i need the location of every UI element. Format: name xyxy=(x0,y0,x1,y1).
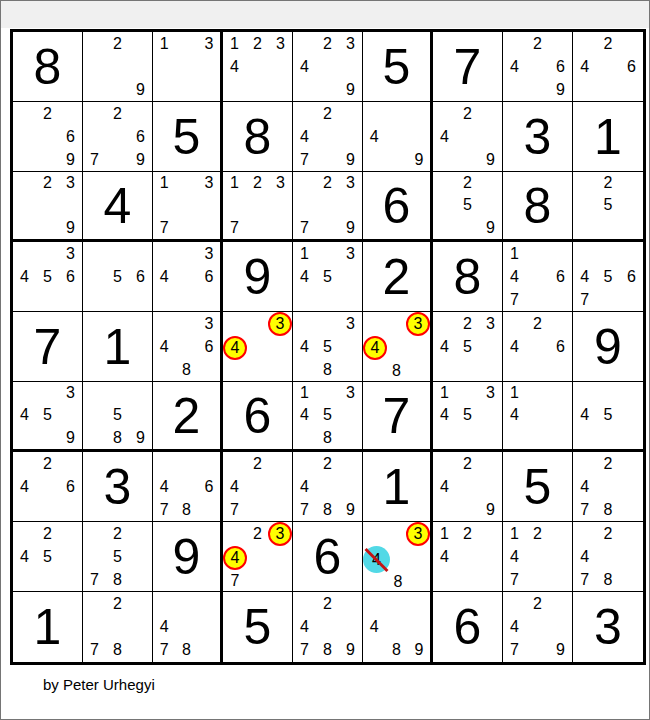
cell-r1c4[interactable]: 1234 xyxy=(223,32,293,102)
cell-r1c9[interactable]: 246 xyxy=(573,32,643,102)
cell-r4c5[interactable]: 1345 xyxy=(293,242,363,312)
cell-r5c5[interactable]: 3458 xyxy=(293,312,363,382)
candidate-2: 2 xyxy=(456,102,479,125)
candidate-2: 2 xyxy=(316,102,339,125)
candidate-4: 4 xyxy=(223,475,246,498)
candidate-6: 6 xyxy=(549,55,572,78)
cell-r7c7[interactable]: 249 xyxy=(433,452,503,522)
candidate-4-circled: 4 xyxy=(223,546,247,570)
cell-r7c1[interactable]: 246 xyxy=(13,452,83,522)
candidate-7: 7 xyxy=(503,568,526,591)
candidate-4: 4 xyxy=(433,545,456,568)
candidate-2: 2 xyxy=(316,452,339,475)
cell-r4c3[interactable]: 346 xyxy=(153,242,223,312)
cell-r6c2[interactable]: 589 xyxy=(83,382,153,452)
candidate-3: 3 xyxy=(339,312,362,335)
cell-r1c5[interactable]: 2349 xyxy=(293,32,363,102)
cell-r9c3[interactable]: 478 xyxy=(153,592,223,662)
solved-digit: 5 xyxy=(223,592,292,662)
cell-r4c6[interactable]: 2 xyxy=(363,242,433,312)
cell-r7c9[interactable]: 2478 xyxy=(573,452,643,522)
solved-digit: 9 xyxy=(223,242,292,311)
cell-r3c6[interactable]: 6 xyxy=(363,172,433,242)
candidate-6: 6 xyxy=(549,335,572,358)
cell-r8c4[interactable]: 2347 xyxy=(223,522,293,592)
candidate-3: 3 xyxy=(269,172,292,194)
candidate-2: 2 xyxy=(106,522,129,545)
cell-r8c8[interactable]: 1247 xyxy=(503,522,573,592)
cell-r1c8[interactable]: 2469 xyxy=(503,32,573,102)
candidate-4: 4 xyxy=(503,265,526,288)
candidate-1: 1 xyxy=(293,242,316,265)
candidate-2: 2 xyxy=(36,172,59,194)
cell-r3c1[interactable]: 239 xyxy=(13,172,83,242)
candidate-9: 9 xyxy=(339,498,362,521)
candidate-3: 3 xyxy=(339,172,362,194)
cell-r2c3[interactable]: 5 xyxy=(153,102,223,172)
cell-r9c2[interactable]: 278 xyxy=(83,592,153,662)
cell-r6c7[interactable]: 1345 xyxy=(433,382,503,452)
candidate-8: 8 xyxy=(175,498,197,521)
candidate-4: 4 xyxy=(293,335,316,358)
candidate-4: 4 xyxy=(433,475,456,498)
candidate-3: 3 xyxy=(339,382,362,404)
cell-r2c7[interactable]: 249 xyxy=(433,102,503,172)
solved-digit: 5 xyxy=(503,452,572,521)
candidate-4: 4 xyxy=(433,404,456,426)
solved-digit: 8 xyxy=(503,172,572,239)
candidate-8: 8 xyxy=(390,573,406,591)
candidate-4: 4 xyxy=(573,55,596,78)
cell-r6c1[interactable]: 3459 xyxy=(13,382,83,452)
cell-r8c7[interactable]: 124 xyxy=(433,522,503,592)
cell-r5c4[interactable]: 34 xyxy=(223,312,293,382)
cell-r3c5[interactable]: 2379 xyxy=(293,172,363,242)
candidate-3: 3 xyxy=(198,172,220,194)
cell-r7c6[interactable]: 1 xyxy=(363,452,433,522)
candidate-3: 3 xyxy=(198,32,220,55)
sudoku-board: 8291312342349572469246269267958247949249… xyxy=(10,29,646,665)
candidate-5: 5 xyxy=(36,265,59,288)
cell-r1c2[interactable]: 29 xyxy=(83,32,153,102)
cell-r2c6[interactable]: 49 xyxy=(363,102,433,172)
cell-r8c5[interactable]: 6 xyxy=(293,522,363,592)
candidate-5: 5 xyxy=(106,545,129,568)
solved-digit: 5 xyxy=(363,32,430,101)
candidate-5: 5 xyxy=(316,335,339,358)
candidate-1: 1 xyxy=(433,522,456,545)
candidate-9: 9 xyxy=(59,427,82,449)
candidate-4: 4 xyxy=(293,125,316,148)
solved-digit: 3 xyxy=(573,592,643,662)
candidate-2: 2 xyxy=(456,312,479,335)
cell-r6c6[interactable]: 7 xyxy=(363,382,433,452)
candidate-2: 2 xyxy=(596,32,619,55)
solved-digit: 2 xyxy=(153,382,220,449)
candidate-9: 9 xyxy=(129,78,152,101)
candidate-7: 7 xyxy=(153,498,175,521)
candidate-5: 5 xyxy=(596,265,619,288)
candidate-3: 3 xyxy=(339,242,362,265)
candidate-9: 9 xyxy=(59,217,82,239)
candidate-5: 5 xyxy=(456,335,479,358)
candidate-6: 6 xyxy=(549,265,572,288)
cell-r5c6[interactable]: 348 xyxy=(363,312,433,382)
cell-r7c5[interactable]: 24789 xyxy=(293,452,363,522)
candidate-1: 1 xyxy=(223,32,246,55)
candidate-2: 2 xyxy=(106,32,129,55)
candidate-4: 4 xyxy=(13,404,36,426)
candidate-7: 7 xyxy=(293,148,316,171)
cell-r7c4[interactable]: 247 xyxy=(223,452,293,522)
author-credit: by Peter Urhegyi xyxy=(43,676,155,693)
cell-r3c2[interactable]: 4 xyxy=(83,172,153,242)
candidate-7: 7 xyxy=(223,570,247,591)
candidate-2: 2 xyxy=(456,522,479,545)
candidate-2: 2 xyxy=(596,452,619,475)
candidate-8: 8 xyxy=(316,498,339,521)
cell-r8c1[interactable]: 245 xyxy=(13,522,83,592)
candidate-3-circled: 3 xyxy=(406,312,430,336)
candidate-4: 4 xyxy=(363,615,385,638)
candidate-6: 6 xyxy=(129,125,152,148)
candidate-1: 1 xyxy=(223,172,246,194)
solved-digit: 1 xyxy=(363,452,430,521)
candidate-9: 9 xyxy=(408,148,430,171)
candidate-4: 4 xyxy=(13,475,36,498)
cell-r9c8[interactable]: 2479 xyxy=(503,592,573,662)
candidate-4: 4 xyxy=(503,335,526,358)
solved-digit: 2 xyxy=(363,242,430,311)
candidate-4: 4 xyxy=(433,335,456,358)
candidate-1: 1 xyxy=(153,172,175,194)
sudoku-app: 8291312342349572469246269267958247949249… xyxy=(0,0,650,720)
candidate-3-circled: 3 xyxy=(268,522,292,546)
candidate-9: 9 xyxy=(59,148,82,171)
candidate-9: 9 xyxy=(479,498,502,521)
candidate-2: 2 xyxy=(526,522,549,545)
cell-r5c2[interactable]: 1 xyxy=(83,312,153,382)
candidate-6: 6 xyxy=(59,125,82,148)
candidate-6: 6 xyxy=(59,475,82,498)
cell-r7c8[interactable]: 5 xyxy=(503,452,573,522)
candidate-2: 2 xyxy=(526,592,549,615)
candidate-4: 4 xyxy=(223,55,246,78)
candidate-8: 8 xyxy=(175,639,197,662)
candidate-4: 4 xyxy=(363,125,385,148)
candidate-6: 6 xyxy=(198,335,220,358)
solved-digit: 3 xyxy=(503,102,572,171)
candidate-7: 7 xyxy=(293,639,316,662)
candidate-4: 4 xyxy=(573,265,596,288)
candidate-9: 9 xyxy=(479,217,502,239)
cell-r7c3[interactable]: 4678 xyxy=(153,452,223,522)
candidate-6: 6 xyxy=(198,265,220,288)
candidate-8: 8 xyxy=(596,498,619,521)
solved-digit: 8 xyxy=(433,242,502,311)
candidate-1: 1 xyxy=(503,522,526,545)
candidate-8: 8 xyxy=(316,358,339,381)
cell-r6c9[interactable]: 45 xyxy=(573,382,643,452)
candidate-8: 8 xyxy=(175,358,197,381)
candidate-7: 7 xyxy=(83,639,106,662)
candidate-7: 7 xyxy=(573,288,596,311)
solved-digit: 8 xyxy=(13,32,82,101)
candidate-4: 4 xyxy=(293,55,316,78)
cell-r2c8[interactable]: 3 xyxy=(503,102,573,172)
candidate-5: 5 xyxy=(36,404,59,426)
candidate-2: 2 xyxy=(246,172,269,194)
candidate-9: 9 xyxy=(129,148,152,171)
candidate-7: 7 xyxy=(223,217,246,239)
candidate-5: 5 xyxy=(316,265,339,288)
candidate-2: 2 xyxy=(106,592,129,615)
candidate-7: 7 xyxy=(503,288,526,311)
candidate-9: 9 xyxy=(549,639,572,662)
candidate-5: 5 xyxy=(596,194,619,216)
candidate-4: 4 xyxy=(13,265,36,288)
cell-r4c2[interactable]: 56 xyxy=(83,242,153,312)
cell-r9c7[interactable]: 6 xyxy=(433,592,503,662)
candidate-4: 4 xyxy=(293,265,316,288)
candidate-7: 7 xyxy=(83,148,106,171)
candidate-1: 1 xyxy=(153,32,175,55)
candidate-7: 7 xyxy=(503,639,526,662)
candidate-7: 7 xyxy=(573,498,596,521)
candidate-3: 3 xyxy=(479,312,502,335)
candidate-4: 4 xyxy=(573,475,596,498)
candidate-1: 1 xyxy=(503,382,526,404)
candidate-1: 1 xyxy=(293,382,316,404)
candidate-7: 7 xyxy=(223,498,246,521)
cell-r4c9[interactable]: 4567 xyxy=(573,242,643,312)
candidate-9: 9 xyxy=(549,78,572,101)
candidate-8: 8 xyxy=(387,360,406,381)
solved-digit: 9 xyxy=(573,312,643,381)
candidate-9: 9 xyxy=(479,148,502,171)
cell-r5c8[interactable]: 246 xyxy=(503,312,573,382)
cell-r3c4[interactable]: 1237 xyxy=(223,172,293,242)
candidate-2: 2 xyxy=(526,32,549,55)
cell-r2c2[interactable]: 2679 xyxy=(83,102,153,172)
cell-r5c9[interactable]: 9 xyxy=(573,312,643,382)
candidate-5: 5 xyxy=(106,404,129,426)
solved-digit: 6 xyxy=(433,592,502,662)
cell-r3c7[interactable]: 259 xyxy=(433,172,503,242)
candidate-7: 7 xyxy=(83,568,106,591)
cell-r4c8[interactable]: 1467 xyxy=(503,242,573,312)
solved-digit: 6 xyxy=(363,172,430,239)
candidate-4: 4 xyxy=(153,265,175,288)
candidate-2: 2 xyxy=(526,312,549,335)
cell-r1c3[interactable]: 13 xyxy=(153,32,223,102)
candidate-3: 3 xyxy=(339,32,362,55)
cell-r2c4[interactable]: 8 xyxy=(223,102,293,172)
candidate-2: 2 xyxy=(36,452,59,475)
candidate-9: 9 xyxy=(129,427,152,449)
candidate-4-eliminated: 4 xyxy=(363,546,390,573)
candidate-8: 8 xyxy=(385,639,407,662)
candidate-2: 2 xyxy=(247,522,268,546)
cell-r3c9[interactable]: 25 xyxy=(573,172,643,242)
candidate-6: 6 xyxy=(620,265,643,288)
candidate-9: 9 xyxy=(339,148,362,171)
candidate-5: 5 xyxy=(316,404,339,426)
candidate-4: 4 xyxy=(503,55,526,78)
solved-digit: 1 xyxy=(573,102,643,171)
candidate-9: 9 xyxy=(339,217,362,239)
cell-r7c2[interactable]: 3 xyxy=(83,452,153,522)
candidate-4: 4 xyxy=(293,615,316,638)
candidate-8: 8 xyxy=(106,639,129,662)
candidate-2: 2 xyxy=(596,172,619,194)
candidate-7: 7 xyxy=(293,498,316,521)
cell-r4c1[interactable]: 3456 xyxy=(13,242,83,312)
candidate-4: 4 xyxy=(573,545,596,568)
candidate-4-circled: 4 xyxy=(223,336,247,360)
cell-r1c1[interactable]: 8 xyxy=(13,32,83,102)
candidate-4: 4 xyxy=(433,125,456,148)
cell-r8c9[interactable]: 2478 xyxy=(573,522,643,592)
candidate-5: 5 xyxy=(36,545,59,568)
candidate-5: 5 xyxy=(596,404,619,426)
solved-digit: 8 xyxy=(223,102,292,171)
candidate-7: 7 xyxy=(573,568,596,591)
candidate-2: 2 xyxy=(316,592,339,615)
cell-r6c3[interactable]: 2 xyxy=(153,382,223,452)
candidate-2: 2 xyxy=(316,172,339,194)
candidate-3: 3 xyxy=(269,32,292,55)
cell-r1c6[interactable]: 5 xyxy=(363,32,433,102)
cell-r5c7[interactable]: 2345 xyxy=(433,312,503,382)
candidate-3: 3 xyxy=(59,382,82,404)
candidate-2: 2 xyxy=(246,452,269,475)
candidate-8: 8 xyxy=(106,568,129,591)
cell-r1c7[interactable]: 7 xyxy=(433,32,503,102)
candidate-2: 2 xyxy=(596,522,619,545)
cell-r9c6[interactable]: 489 xyxy=(363,592,433,662)
cell-r4c7[interactable]: 8 xyxy=(433,242,503,312)
candidate-9: 9 xyxy=(339,78,362,101)
solved-digit: 3 xyxy=(83,452,152,521)
candidate-6: 6 xyxy=(59,265,82,288)
candidate-4: 4 xyxy=(573,404,596,426)
candidate-3: 3 xyxy=(198,242,220,265)
candidate-2: 2 xyxy=(246,32,269,55)
candidate-3-circled: 3 xyxy=(406,522,430,546)
candidate-4: 4 xyxy=(293,475,316,498)
solved-digit: 4 xyxy=(83,172,152,239)
solved-digit: 1 xyxy=(13,592,82,662)
candidate-1: 1 xyxy=(503,242,526,265)
candidate-8: 8 xyxy=(316,427,339,449)
cell-r8c6[interactable]: 348 xyxy=(363,522,433,592)
candidate-3: 3 xyxy=(479,382,502,404)
cell-r9c5[interactable]: 24789 xyxy=(293,592,363,662)
candidate-4: 4 xyxy=(153,615,175,638)
candidate-8: 8 xyxy=(316,639,339,662)
solved-digit: 7 xyxy=(13,312,82,381)
candidate-2: 2 xyxy=(456,452,479,475)
cell-r4c4[interactable]: 9 xyxy=(223,242,293,312)
candidate-3: 3 xyxy=(59,172,82,194)
cell-r9c4[interactable]: 5 xyxy=(223,592,293,662)
candidate-2: 2 xyxy=(456,172,479,194)
candidate-6: 6 xyxy=(198,475,220,498)
candidate-4-circled: 4 xyxy=(363,336,387,360)
candidate-3: 3 xyxy=(198,312,220,335)
candidate-2: 2 xyxy=(36,102,59,125)
cell-r6c4[interactable]: 6 xyxy=(223,382,293,452)
candidate-4: 4 xyxy=(293,404,316,426)
candidate-3-circled: 3 xyxy=(268,312,292,336)
cell-r6c5[interactable]: 13458 xyxy=(293,382,363,452)
candidate-3: 3 xyxy=(59,242,82,265)
candidate-5: 5 xyxy=(456,194,479,216)
cell-r2c9[interactable]: 1 xyxy=(573,102,643,172)
cell-r3c3[interactable]: 137 xyxy=(153,172,223,242)
candidate-2: 2 xyxy=(106,102,129,125)
candidate-2: 2 xyxy=(36,522,59,545)
cell-r2c1[interactable]: 269 xyxy=(13,102,83,172)
candidate-9: 9 xyxy=(408,639,430,662)
candidate-7: 7 xyxy=(153,639,175,662)
cell-r5c1[interactable]: 7 xyxy=(13,312,83,382)
cell-r3c8[interactable]: 8 xyxy=(503,172,573,242)
candidate-8: 8 xyxy=(596,568,619,591)
cell-r9c1[interactable]: 1 xyxy=(13,592,83,662)
candidate-7: 7 xyxy=(153,217,175,239)
candidate-6: 6 xyxy=(129,265,152,288)
candidate-5: 5 xyxy=(456,404,479,426)
candidate-4: 4 xyxy=(153,475,175,498)
candidate-4: 4 xyxy=(13,545,36,568)
cell-r8c2[interactable]: 2578 xyxy=(83,522,153,592)
candidate-4: 4 xyxy=(503,615,526,638)
solved-digit: 7 xyxy=(363,382,430,449)
candidate-7: 7 xyxy=(293,217,316,239)
candidate-1: 1 xyxy=(433,382,456,404)
solved-digit: 9 xyxy=(153,522,220,591)
solved-digit: 5 xyxy=(153,102,220,171)
cell-r5c3[interactable]: 3468 xyxy=(153,312,223,382)
candidate-9: 9 xyxy=(339,639,362,662)
candidate-2: 2 xyxy=(316,32,339,55)
candidate-8: 8 xyxy=(106,427,129,449)
cell-r6c8[interactable]: 14 xyxy=(503,382,573,452)
candidate-5: 5 xyxy=(106,265,129,288)
solved-digit: 6 xyxy=(293,522,362,591)
cell-r9c9[interactable]: 3 xyxy=(573,592,643,662)
cell-r8c3[interactable]: 9 xyxy=(153,522,223,592)
candidate-4: 4 xyxy=(153,335,175,358)
candidate-4: 4 xyxy=(503,404,526,426)
solved-digit: 7 xyxy=(433,32,502,101)
cell-r2c5[interactable]: 2479 xyxy=(293,102,363,172)
solved-digit: 6 xyxy=(223,382,292,449)
candidate-4: 4 xyxy=(503,545,526,568)
top-toolbar xyxy=(1,1,649,28)
candidate-6: 6 xyxy=(620,55,643,78)
solved-digit: 1 xyxy=(83,312,152,381)
